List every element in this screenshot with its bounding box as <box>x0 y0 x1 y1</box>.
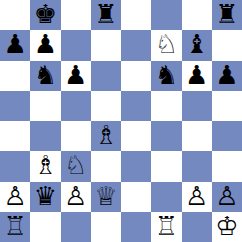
square-h5[interactable] <box>212 91 242 121</box>
square-c4[interactable] <box>61 121 91 151</box>
square-e1[interactable] <box>121 212 151 242</box>
piece-black-pawn[interactable]: ♟ <box>34 31 57 57</box>
piece-black-king[interactable]: ♚ <box>34 1 57 27</box>
square-a8[interactable] <box>0 0 30 30</box>
square-b1[interactable] <box>30 212 60 242</box>
square-d8[interactable]: ♜ <box>91 0 121 30</box>
square-g5[interactable] <box>182 91 212 121</box>
square-e3[interactable] <box>121 151 151 181</box>
piece-white-knight[interactable]: ♘ <box>155 31 178 57</box>
square-b7[interactable]: ♟ <box>30 30 60 60</box>
piece-white-pawn[interactable]: ♙ <box>215 183 238 209</box>
square-c1[interactable] <box>61 212 91 242</box>
square-f5[interactable] <box>151 91 181 121</box>
square-h1[interactable]: ♔ <box>212 212 242 242</box>
square-g1[interactable] <box>182 212 212 242</box>
square-b6[interactable]: ♞ <box>30 61 60 91</box>
square-b2[interactable]: ♛ <box>30 182 60 212</box>
square-c6[interactable]: ♟ <box>61 61 91 91</box>
piece-white-bishop[interactable]: ♗ <box>94 122 117 148</box>
square-d1[interactable] <box>91 212 121 242</box>
piece-black-rook[interactable]: ♜ <box>94 1 117 27</box>
square-c7[interactable] <box>61 30 91 60</box>
square-f3[interactable] <box>151 151 181 181</box>
square-e8[interactable] <box>121 0 151 30</box>
piece-black-pawn[interactable]: ♟ <box>185 62 208 88</box>
square-a4[interactable] <box>0 121 30 151</box>
square-g6[interactable]: ♟ <box>182 61 212 91</box>
square-d4[interactable]: ♗ <box>91 121 121 151</box>
piece-white-rook[interactable]: ♖ <box>155 213 178 239</box>
piece-white-pawn[interactable]: ♙ <box>185 183 208 209</box>
square-e5[interactable] <box>121 91 151 121</box>
square-h7[interactable] <box>212 30 242 60</box>
square-c2[interactable]: ♙ <box>61 182 91 212</box>
square-b8[interactable]: ♚ <box>30 0 60 30</box>
square-f6[interactable]: ♞ <box>151 61 181 91</box>
square-f1[interactable]: ♖ <box>151 212 181 242</box>
square-d6[interactable] <box>91 61 121 91</box>
square-h8[interactable]: ♜ <box>212 0 242 30</box>
piece-white-pawn[interactable]: ♙ <box>64 183 87 209</box>
square-a5[interactable] <box>0 91 30 121</box>
square-a1[interactable]: ♖ <box>0 212 30 242</box>
piece-black-knight[interactable]: ♞ <box>155 62 178 88</box>
piece-black-knight[interactable]: ♞ <box>34 62 57 88</box>
square-c3[interactable]: ♘ <box>61 151 91 181</box>
square-e7[interactable] <box>121 30 151 60</box>
square-f7[interactable]: ♘ <box>151 30 181 60</box>
piece-white-bishop[interactable]: ♗ <box>34 152 57 178</box>
square-c5[interactable] <box>61 91 91 121</box>
chess-board: ♚♜♜♟♟♘♝♞♟♞♟♟♗♗♘♙♛♙♕♙♙♖♖♔ <box>0 0 242 242</box>
piece-black-rook[interactable]: ♜ <box>215 1 238 27</box>
square-h4[interactable] <box>212 121 242 151</box>
square-d7[interactable] <box>91 30 121 60</box>
piece-white-pawn[interactable]: ♙ <box>3 183 26 209</box>
piece-black-pawn[interactable]: ♟ <box>3 31 26 57</box>
piece-white-knight[interactable]: ♘ <box>64 152 87 178</box>
square-a2[interactable]: ♙ <box>0 182 30 212</box>
square-f2[interactable] <box>151 182 181 212</box>
square-d3[interactable] <box>91 151 121 181</box>
square-a6[interactable] <box>0 61 30 91</box>
piece-white-king[interactable]: ♔ <box>215 213 238 239</box>
square-a7[interactable]: ♟ <box>0 30 30 60</box>
square-e2[interactable] <box>121 182 151 212</box>
piece-black-pawn[interactable]: ♟ <box>64 62 87 88</box>
square-d2[interactable]: ♕ <box>91 182 121 212</box>
square-h3[interactable] <box>212 151 242 181</box>
square-g4[interactable] <box>182 121 212 151</box>
square-d5[interactable] <box>91 91 121 121</box>
square-e4[interactable] <box>121 121 151 151</box>
square-b5[interactable] <box>30 91 60 121</box>
square-g2[interactable]: ♙ <box>182 182 212 212</box>
piece-black-pawn[interactable]: ♟ <box>215 62 238 88</box>
piece-white-queen[interactable]: ♕ <box>94 183 117 209</box>
piece-black-bishop[interactable]: ♝ <box>185 31 208 57</box>
piece-white-rook[interactable]: ♖ <box>3 213 26 239</box>
square-g3[interactable] <box>182 151 212 181</box>
square-a3[interactable] <box>0 151 30 181</box>
square-e6[interactable] <box>121 61 151 91</box>
piece-black-queen[interactable]: ♛ <box>34 183 57 209</box>
square-f4[interactable] <box>151 121 181 151</box>
square-g7[interactable]: ♝ <box>182 30 212 60</box>
square-h2[interactable]: ♙ <box>212 182 242 212</box>
square-b3[interactable]: ♗ <box>30 151 60 181</box>
square-g8[interactable] <box>182 0 212 30</box>
square-b4[interactable] <box>30 121 60 151</box>
square-f8[interactable] <box>151 0 181 30</box>
square-h6[interactable]: ♟ <box>212 61 242 91</box>
square-c8[interactable] <box>61 0 91 30</box>
